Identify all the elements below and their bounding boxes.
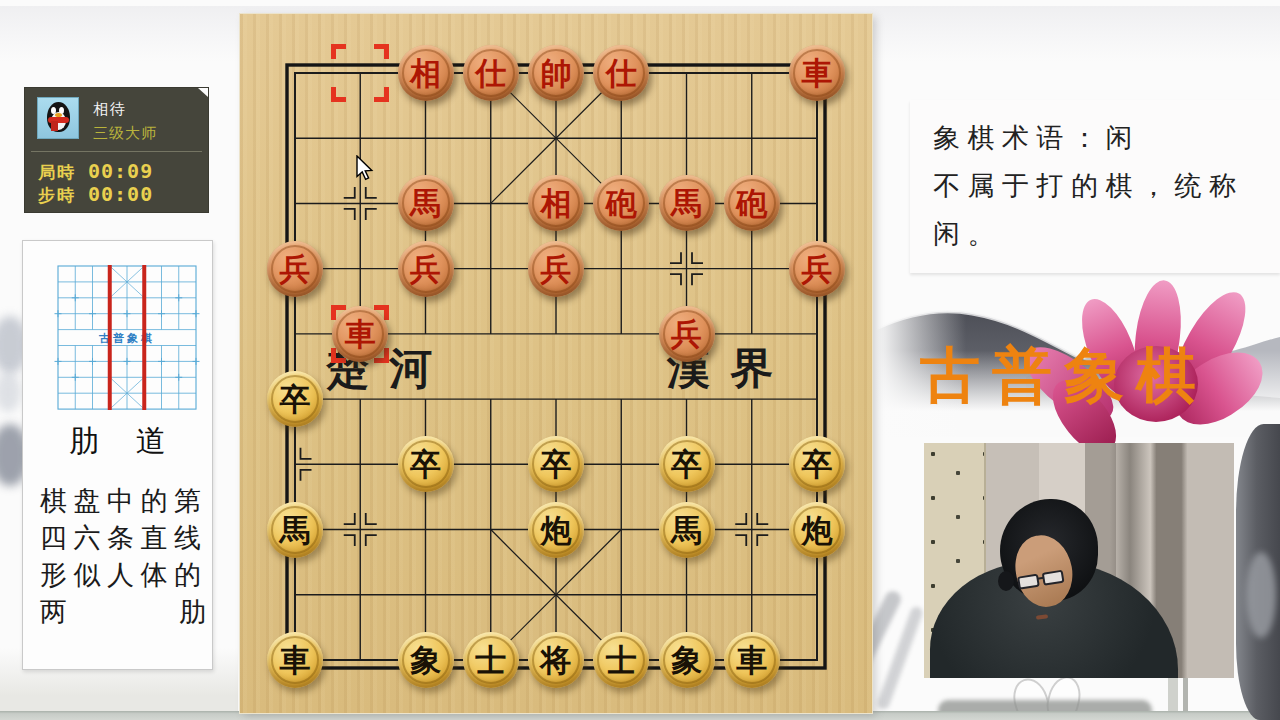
panel-notch [198,88,208,97]
xiangqi-piece-black[interactable]: 炮 [789,502,845,558]
xiangqi-piece-black[interactable]: 将 [528,632,584,688]
panel-divider [31,151,202,152]
stream-frame: 相待 三级大师 局時 00:09 步時 00:00 古普象棋 肋 道 棋盘中的第… [0,0,1280,720]
lesson-body: 棋盘中的第 四六条直线 形似人体的 两 肋 [40,483,206,631]
xiangqi-piece-red[interactable]: 兵 [267,241,323,297]
mini-board-diagram: 古普象棋 [53,261,201,415]
xiangqi-piece-red[interactable]: 相 [398,45,454,101]
xiangqi-piece-red[interactable]: 帥 [528,45,584,101]
xiangqi-piece-black[interactable]: 馬 [659,502,715,558]
xiangqi-piece-red[interactable]: 兵 [528,241,584,297]
xiangqi-piece-red[interactable]: 車 [332,306,388,362]
move-timer-value: 00:00 [88,182,153,206]
xiangqi-piece-red[interactable]: 相 [528,175,584,231]
player-rank: 三级大师 [93,124,157,143]
ink-smudge [0,372,21,412]
game-timer-value: 00:09 [88,159,153,183]
xiangqi-piece-black[interactable]: 卒 [398,436,454,492]
xiangqi-piece-black[interactable]: 卒 [789,436,845,492]
streamer-headset [998,571,1014,591]
xiangqi-piece-black[interactable]: 車 [267,632,323,688]
qq-penguin-avatar[interactable] [37,97,79,139]
xiangqi-piece-red[interactable]: 車 [789,45,845,101]
xiangqi-piece-black[interactable]: 卒 [267,371,323,427]
pieces-layer: 相仕帥仕車馬相砲馬砲兵兵兵兵車兵卒卒卒卒卒馬炮馬炮車象士将士象車 [240,14,872,713]
lesson-card: 古普象棋 肋 道 棋盘中的第 四六条直线 形似人体的 两 肋 [22,240,213,670]
xiangqi-piece-black[interactable]: 馬 [267,502,323,558]
game-timer: 局時 00:09 [38,159,153,184]
xiangqi-piece-red[interactable]: 砲 [724,175,780,231]
xiangqi-piece-red[interactable]: 馬 [398,175,454,231]
mouse-cursor-icon [356,155,374,181]
brand-title: 古普象棋 [920,336,1208,417]
last-move-from-marker [331,44,389,102]
xiangqi-piece-black[interactable]: 象 [659,632,715,688]
xiangqi-piece-black[interactable]: 卒 [659,436,715,492]
mini-board-caption: 古普象棋 [98,332,155,345]
xiangqi-piece-red[interactable]: 仕 [463,45,519,101]
xiangqi-piece-black[interactable]: 象 [398,632,454,688]
xiangqi-piece-red[interactable]: 兵 [789,241,845,297]
lesson-title: 肋 道 [23,421,212,462]
player-name: 相待 [93,100,127,119]
move-timer-label: 步時 [38,184,76,207]
xiangqi-piece-black[interactable]: 車 [724,632,780,688]
xiangqi-piece-black[interactable]: 卒 [528,436,584,492]
term-text: 象棋术语：闲 不属于打的棋，统称 闲。 [933,114,1244,258]
xiangqi-piece-black[interactable]: 士 [593,632,649,688]
game-timer-label: 局時 [38,161,76,184]
xiangqi-piece-red[interactable]: 仕 [593,45,649,101]
xiangqi-piece-black[interactable]: 炮 [528,502,584,558]
move-timer: 步時 00:00 [38,182,153,207]
xiangqi-piece-red[interactable]: 馬 [659,175,715,231]
term-card: 象棋术语：闲 不属于打的棋，统称 闲。 [910,100,1280,273]
lotus-leaf [1236,424,1280,720]
webcam-video [924,443,1234,678]
player-panel: 相待 三级大师 局時 00:09 步時 00:00 [25,88,208,212]
xiangqi-piece-red[interactable]: 砲 [593,175,649,231]
xiangqi-piece-red[interactable]: 兵 [659,306,715,362]
xiangqi-piece-black[interactable]: 士 [463,632,519,688]
xiangqi-board[interactable]: 楚河漢界 相仕帥仕車馬相砲馬砲兵兵兵兵車兵卒卒卒卒卒馬炮馬炮車象士将士象車 [240,14,872,713]
xiangqi-piece-red[interactable]: 兵 [398,241,454,297]
